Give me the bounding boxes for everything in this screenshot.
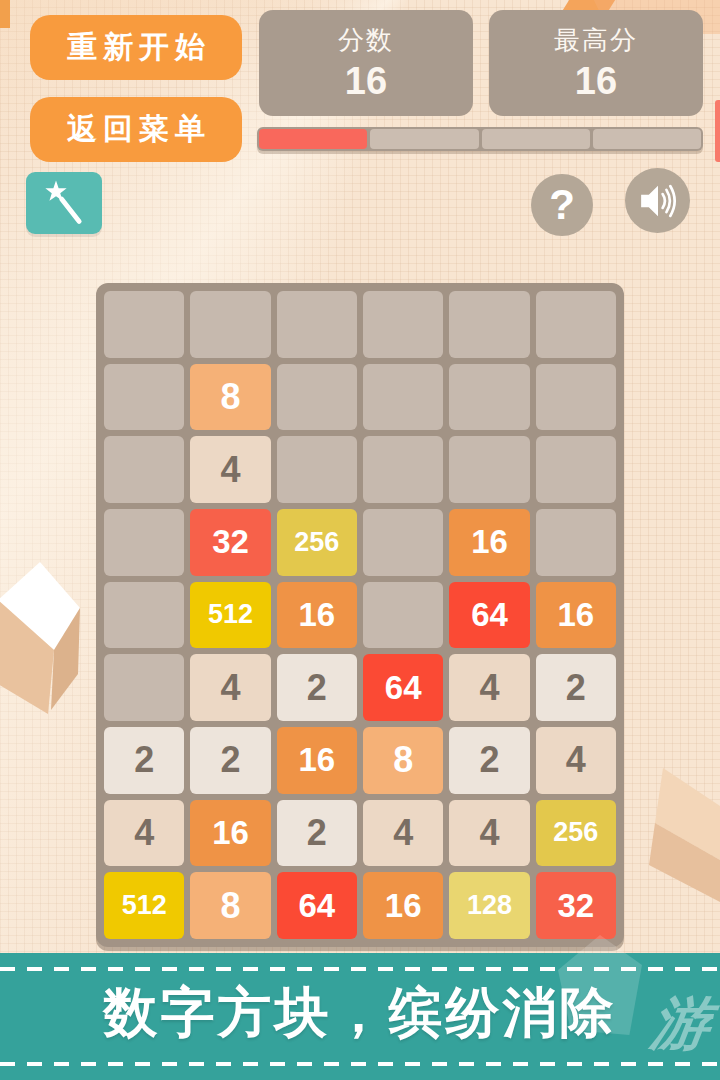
tile-512-r5c2: 512 (190, 582, 270, 649)
tile-16-r8c2: 16 (190, 800, 270, 867)
tile-16-r5c3: 16 (277, 582, 357, 649)
question-mark-icon: ? (549, 181, 575, 229)
empty-cell-r4c6 (536, 509, 616, 576)
best-score-label: 最高分 (554, 23, 638, 58)
empty-cell-r1c3 (277, 291, 357, 358)
empty-cell-r3c3 (277, 436, 357, 503)
best-score-panel: 最高分 16 (489, 10, 703, 116)
empty-cell-r2c5 (449, 364, 529, 431)
empty-cell-r1c6 (536, 291, 616, 358)
best-score-value: 16 (575, 60, 617, 103)
restart-button[interactable]: 重新开始 (30, 15, 242, 80)
empty-cell-r4c4 (363, 509, 443, 576)
score-label: 分数 (338, 23, 394, 58)
empty-cell-r3c5 (449, 436, 529, 503)
score-value: 16 (345, 60, 387, 103)
empty-cell-r3c1 (104, 436, 184, 503)
cube-decoration-left (0, 552, 82, 717)
tile-32-r9c6: 32 (536, 872, 616, 939)
board-grid[interactable]: 8432256165121664164264422216824416244256… (96, 283, 624, 947)
tile-2-r8c3: 2 (277, 800, 357, 867)
corner-accent-top-left (0, 0, 10, 28)
tile-16-r4c5: 16 (449, 509, 529, 576)
banner-slogan: 数字方块，缤纷消除 (0, 977, 720, 1050)
tile-64-r5c5: 64 (449, 582, 529, 649)
empty-cell-r2c1 (104, 364, 184, 431)
empty-cell-r1c2 (190, 291, 270, 358)
tile-2-r7c2: 2 (190, 727, 270, 794)
empty-cell-r5c1 (104, 582, 184, 649)
tile-8-r7c4: 8 (363, 727, 443, 794)
tile-4-r7c6: 4 (536, 727, 616, 794)
empty-cell-r6c1 (104, 654, 184, 721)
magic-wand-icon (40, 179, 88, 227)
tile-4-r6c2: 4 (190, 654, 270, 721)
tile-512-r9c1: 512 (104, 872, 184, 939)
speaker-icon (635, 178, 681, 224)
progress-segment-empty (482, 129, 590, 149)
progress-segment-empty (593, 129, 701, 149)
sound-button[interactable] (625, 168, 690, 233)
help-button[interactable]: ? (531, 174, 593, 236)
tile-2-r6c6: 2 (536, 654, 616, 721)
magic-wand-button[interactable] (26, 172, 102, 234)
tile-64-r6c4: 64 (363, 654, 443, 721)
empty-cell-r1c1 (104, 291, 184, 358)
score-panel: 分数 16 (259, 10, 473, 116)
tile-4-r8c4: 4 (363, 800, 443, 867)
progress-segment-empty (370, 129, 478, 149)
tile-128-r9c5: 128 (449, 872, 529, 939)
tile-4-r8c5: 4 (449, 800, 529, 867)
empty-cell-r5c4 (363, 582, 443, 649)
tile-4-r8c1: 4 (104, 800, 184, 867)
empty-cell-r2c3 (277, 364, 357, 431)
back-to-menu-button[interactable]: 返回菜单 (30, 97, 242, 162)
watermark-text: 游 (647, 985, 716, 1063)
tile-256-r4c3: 256 (277, 509, 357, 576)
empty-cell-r3c4 (363, 436, 443, 503)
tile-2-r6c3: 2 (277, 654, 357, 721)
bottom-banner: 数字方块，缤纷消除 游 (0, 953, 720, 1080)
progress-segment-filled (259, 129, 367, 149)
tile-2-r7c1: 2 (104, 727, 184, 794)
empty-cell-r1c5 (449, 291, 529, 358)
banner-dashed-line-bottom (0, 1062, 720, 1066)
tile-8-r2c2: 8 (190, 364, 270, 431)
tile-64-r9c3: 64 (277, 872, 357, 939)
tile-16-r5c6: 16 (536, 582, 616, 649)
tile-2-r7c5: 2 (449, 727, 529, 794)
progress-bar (257, 127, 703, 151)
empty-cell-r4c1 (104, 509, 184, 576)
tile-16-r7c3: 16 (277, 727, 357, 794)
tile-16-r9c4: 16 (363, 872, 443, 939)
tile-32-r4c2: 32 (190, 509, 270, 576)
tile-8-r9c2: 8 (190, 872, 270, 939)
tile-256-r8c6: 256 (536, 800, 616, 867)
tile-4-r3c2: 4 (190, 436, 270, 503)
tile-4-r6c5: 4 (449, 654, 529, 721)
edge-accent-right (715, 100, 720, 162)
empty-cell-r2c4 (363, 364, 443, 431)
empty-cell-r2c6 (536, 364, 616, 431)
game-screen: 重新开始 返回菜单 分数 16 最高分 16 ? 843225616512166… (0, 0, 720, 1080)
empty-cell-r1c4 (363, 291, 443, 358)
empty-cell-r3c6 (536, 436, 616, 503)
